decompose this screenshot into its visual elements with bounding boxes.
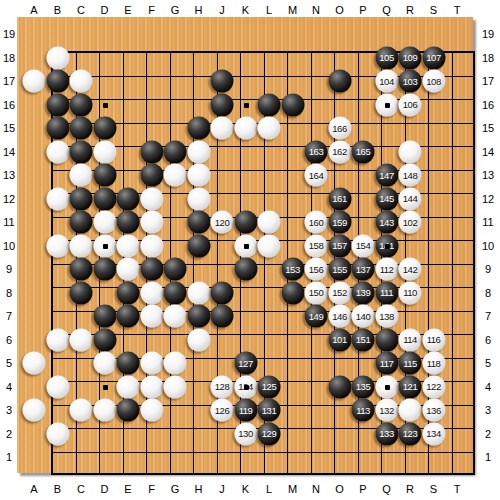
black-stone-M9-move-153[interactable]: 153: [281, 258, 304, 281]
move-number: 155: [332, 264, 346, 274]
white-stone-K15[interactable]: [234, 117, 257, 140]
white-stone-F3[interactable]: [140, 399, 163, 422]
coord-label-left-4: 4: [6, 381, 12, 393]
white-stone-C10[interactable]: [70, 234, 93, 257]
coord-label-bottom-G: G: [171, 483, 180, 495]
black-stone-L2-move-129[interactable]: 129: [258, 422, 281, 445]
black-stone-S18-move-107[interactable]: 107: [422, 46, 445, 69]
move-number: 151: [356, 335, 370, 345]
coord-label-left-5: 5: [6, 357, 12, 369]
white-stone-E9[interactable]: [117, 258, 140, 281]
coord-label-bottom-Q: Q: [382, 483, 391, 495]
coord-label-top-L: L: [266, 4, 272, 16]
hoshi-point: [244, 103, 249, 108]
black-stone-E11[interactable]: [117, 211, 140, 234]
move-number: 138: [379, 311, 393, 321]
white-stone-D3[interactable]: [93, 399, 116, 422]
coord-label-bottom-L: L: [266, 483, 272, 495]
white-stone-C17[interactable]: [70, 70, 93, 93]
coord-label-left-1: 1: [6, 451, 12, 463]
coord-label-left-10: 10: [3, 240, 15, 252]
move-number: 158: [309, 241, 323, 251]
coord-label-top-E: E: [124, 4, 131, 16]
white-stone-O15-move-166[interactable]: 166: [328, 117, 351, 140]
white-stone-A5[interactable]: [23, 352, 46, 375]
white-stone-R14[interactable]: [399, 140, 422, 163]
move-number: 139: [356, 288, 370, 298]
white-stone-D11[interactable]: [93, 211, 116, 234]
coord-label-right-17: 17: [482, 75, 494, 87]
black-stone-O4[interactable]: [328, 375, 351, 398]
move-number: 111: [380, 288, 393, 298]
coord-label-right-3: 3: [485, 404, 491, 416]
coord-label-bottom-M: M: [288, 483, 297, 495]
white-stone-N8-move-150[interactable]: 150: [305, 281, 328, 304]
black-stone-Q2-move-133[interactable]: 133: [375, 422, 398, 445]
move-number: 130: [238, 429, 252, 439]
move-number: 154: [356, 241, 370, 251]
black-stone-J17[interactable]: [211, 70, 234, 93]
hoshi-point: [103, 385, 108, 390]
coord-label-top-D: D: [101, 4, 109, 16]
coord-label-right-5: 5: [485, 357, 491, 369]
coord-label-left-2: 2: [6, 428, 12, 440]
white-stone-Q9-move-112[interactable]: 112: [375, 258, 398, 281]
white-stone-S6-move-116[interactable]: 116: [422, 328, 445, 351]
black-stone-P8-move-139[interactable]: 139: [352, 281, 375, 304]
black-stone-D15[interactable]: [93, 117, 116, 140]
white-stone-B2[interactable]: [46, 422, 69, 445]
black-stone-C15[interactable]: [70, 117, 93, 140]
black-stone-G9[interactable]: [164, 258, 187, 281]
coord-label-right-12: 12: [482, 193, 494, 205]
move-number: 119: [239, 405, 253, 415]
move-number: 115: [403, 358, 417, 368]
white-stone-F11[interactable]: [140, 211, 163, 234]
white-stone-C6[interactable]: [70, 328, 93, 351]
coord-label-left-7: 7: [6, 310, 12, 322]
white-stone-L10[interactable]: [258, 234, 281, 257]
black-stone-C9[interactable]: [70, 258, 93, 281]
coord-label-top-B: B: [54, 4, 61, 16]
coord-label-top-G: G: [171, 4, 180, 16]
coord-label-right-13: 13: [482, 169, 494, 181]
move-number: 109: [403, 53, 417, 63]
black-stone-R17-move-103[interactable]: 103: [399, 70, 422, 93]
black-stone-D12[interactable]: [93, 187, 116, 210]
coord-label-top-J: J: [219, 4, 225, 16]
white-stone-S4-move-122[interactable]: 122: [422, 375, 445, 398]
move-number: 134: [426, 429, 440, 439]
move-number: 110: [403, 288, 417, 298]
move-number: 116: [427, 335, 441, 345]
coord-label-right-7: 7: [485, 310, 491, 322]
hoshi-point: [385, 103, 390, 108]
black-stone-R4-move-121[interactable]: 121: [399, 375, 422, 398]
black-stone-O6-move-101[interactable]: 101: [328, 328, 351, 351]
white-stone-C3[interactable]: [70, 399, 93, 422]
coord-label-bottom-P: P: [359, 483, 366, 495]
coord-label-right-8: 8: [485, 287, 491, 299]
white-stone-R13-move-148[interactable]: 148: [399, 164, 422, 187]
black-stone-C14[interactable]: [70, 140, 93, 163]
coord-label-bottom-E: E: [124, 483, 131, 495]
white-stone-R12-move-144[interactable]: 144: [399, 187, 422, 210]
black-stone-R2-move-123[interactable]: 123: [399, 422, 422, 445]
coord-label-top-K: K: [242, 4, 249, 16]
coord-label-top-M: M: [288, 4, 297, 16]
move-number: 153: [285, 264, 299, 274]
move-number: 129: [262, 429, 276, 439]
black-stone-K11[interactable]: [234, 211, 257, 234]
black-stone-O9-move-155[interactable]: 155: [328, 258, 351, 281]
white-stone-G5[interactable]: [164, 352, 187, 375]
black-stone-E5[interactable]: [117, 352, 140, 375]
coord-label-bottom-J: J: [219, 483, 225, 495]
white-stone-O14-move-162[interactable]: 162: [328, 140, 351, 163]
move-number: 126: [215, 405, 229, 415]
move-number: 128: [215, 382, 229, 392]
black-stone-J8[interactable]: [211, 281, 234, 304]
black-stone-O10-move-157[interactable]: 157: [328, 234, 351, 257]
move-number: 118: [427, 358, 441, 368]
black-stone-K3-move-119[interactable]: 119: [234, 399, 257, 422]
move-number: 120: [215, 217, 229, 227]
white-stone-S3-move-136[interactable]: 136: [422, 399, 445, 422]
coord-label-bottom-B: B: [54, 483, 61, 495]
black-stone-N7-move-149[interactable]: 149: [305, 305, 328, 328]
move-number: 122: [426, 382, 440, 392]
white-stone-B6[interactable]: [46, 328, 69, 351]
black-stone-F13[interactable]: [140, 164, 163, 187]
grid-line-horizontal: [53, 452, 473, 453]
coord-label-right-2: 2: [485, 428, 491, 440]
coord-label-bottom-K: K: [242, 483, 249, 495]
move-number: 152: [332, 288, 346, 298]
black-stone-C16[interactable]: [70, 93, 93, 116]
black-stone-D9[interactable]: [93, 258, 116, 281]
white-stone-F12[interactable]: [140, 187, 163, 210]
white-stone-C13[interactable]: [70, 164, 93, 187]
coord-label-left-11: 11: [3, 216, 14, 228]
white-stone-D14[interactable]: [93, 140, 116, 163]
move-number: 142: [403, 264, 417, 274]
black-stone-P3-move-113[interactable]: 113: [352, 399, 375, 422]
white-stone-B10[interactable]: [46, 234, 69, 257]
move-number: 166: [332, 123, 346, 133]
move-number: 106: [403, 100, 417, 110]
hoshi-point: [385, 385, 390, 390]
white-stone-J4-move-128[interactable]: 128: [211, 375, 234, 398]
move-number: 145: [379, 194, 393, 204]
move-number: 121: [403, 382, 417, 392]
coord-label-top-R: R: [406, 4, 414, 16]
white-stone-O7-move-146[interactable]: 146: [328, 305, 351, 328]
black-stone-K9[interactable]: [234, 258, 257, 281]
white-stone-G7[interactable]: [164, 305, 187, 328]
move-number: 161: [332, 194, 346, 204]
coord-label-left-17: 17: [3, 75, 15, 87]
white-stone-F7[interactable]: [140, 305, 163, 328]
black-stone-R18-move-109[interactable]: 109: [399, 46, 422, 69]
black-stone-E7[interactable]: [117, 305, 140, 328]
go-diagram-screen: AABBCCDDEEFFGGHHJJKKLLMMNNOOPPQQRRSSTT19…: [0, 0, 500, 500]
grid-line-vertical: [452, 53, 453, 473]
move-number: 131: [262, 405, 276, 415]
grid-line-horizontal: [53, 311, 473, 312]
coord-label-bottom-S: S: [430, 483, 437, 495]
move-number: 133: [379, 429, 393, 439]
move-number: 107: [426, 53, 440, 63]
coord-label-bottom-F: F: [148, 483, 155, 495]
white-stone-R6-move-114[interactable]: 114: [399, 328, 422, 351]
black-stone-R5-move-115[interactable]: 115: [399, 352, 422, 375]
black-stone-O17[interactable]: [328, 70, 351, 93]
white-stone-Q7-move-138[interactable]: 138: [375, 305, 398, 328]
coord-label-top-T: T: [454, 4, 461, 16]
coord-label-left-19: 19: [3, 28, 15, 40]
black-stone-H7[interactable]: [187, 305, 210, 328]
black-stone-C8[interactable]: [70, 281, 93, 304]
black-stone-B15[interactable]: [46, 117, 69, 140]
white-stone-R3[interactable]: [399, 399, 422, 422]
move-number: 140: [356, 311, 370, 321]
black-stone-H10[interactable]: [187, 234, 210, 257]
move-number: 160: [309, 217, 323, 227]
black-stone-C11[interactable]: [70, 211, 93, 234]
black-stone-J7[interactable]: [211, 305, 234, 328]
black-stone-M8[interactable]: [281, 281, 304, 304]
white-stone-D5[interactable]: [93, 352, 116, 375]
white-stone-F8[interactable]: [140, 281, 163, 304]
white-stone-H12[interactable]: [187, 187, 210, 210]
black-stone-K5-move-127[interactable]: 127: [234, 352, 257, 375]
white-stone-S5-move-118[interactable]: 118: [422, 352, 445, 375]
white-stone-N10-move-158[interactable]: 158: [305, 234, 328, 257]
coord-label-left-6: 6: [6, 334, 12, 346]
white-stone-P7-move-140[interactable]: 140: [352, 305, 375, 328]
move-number: 150: [309, 288, 323, 298]
coord-label-right-11: 11: [482, 216, 493, 228]
move-number: 144: [403, 194, 417, 204]
white-stone-F10[interactable]: [140, 234, 163, 257]
black-stone-O12-move-161[interactable]: 161: [328, 187, 351, 210]
black-stone-H11[interactable]: [187, 211, 210, 234]
white-stone-A3[interactable]: [23, 399, 46, 422]
move-number: 104: [379, 76, 393, 86]
black-stone-Q11-move-143[interactable]: 143: [375, 211, 398, 234]
coord-label-right-10: 10: [482, 240, 494, 252]
coord-label-bottom-A: A: [30, 483, 37, 495]
coord-label-top-C: C: [77, 4, 85, 16]
move-number: 136: [426, 405, 440, 415]
black-stone-L4-move-125[interactable]: 125: [258, 375, 281, 398]
white-stone-B4[interactable]: [46, 375, 69, 398]
coord-label-top-O: O: [335, 4, 344, 16]
white-stone-B12[interactable]: [46, 187, 69, 210]
coord-label-bottom-R: R: [406, 483, 414, 495]
move-number: 156: [309, 264, 323, 274]
move-number: 105: [379, 53, 393, 63]
coord-label-right-4: 4: [485, 381, 491, 393]
black-stone-Q13-move-147[interactable]: 147: [375, 164, 398, 187]
black-stone-D6[interactable]: [93, 328, 116, 351]
coord-label-left-16: 16: [3, 99, 15, 111]
move-number: 135: [356, 382, 370, 392]
black-stone-Q5-move-117[interactable]: 117: [375, 352, 398, 375]
move-number: 148: [403, 170, 417, 180]
coord-label-top-P: P: [359, 4, 366, 16]
move-number: 113: [356, 405, 370, 415]
coord-label-bottom-N: N: [312, 483, 320, 495]
move-number: 147: [379, 170, 393, 180]
move-number: 162: [332, 147, 346, 157]
coord-label-right-16: 16: [482, 99, 494, 111]
coord-label-bottom-D: D: [101, 483, 109, 495]
black-stone-G14[interactable]: [164, 140, 187, 163]
black-stone-F14[interactable]: [140, 140, 163, 163]
white-stone-A17[interactable]: [23, 70, 46, 93]
move-number: 108: [426, 76, 440, 86]
black-stone-Q18-move-105[interactable]: 105: [375, 46, 398, 69]
black-stone-M16[interactable]: [281, 93, 304, 116]
hoshi-point: [103, 103, 108, 108]
coord-label-top-Q: Q: [382, 4, 391, 16]
white-stone-O8-move-152[interactable]: 152: [328, 281, 351, 304]
coord-label-bottom-T: T: [454, 483, 461, 495]
coord-label-right-1: 1: [485, 451, 491, 463]
white-stone-R8-move-110[interactable]: 110: [399, 281, 422, 304]
white-stone-J11-move-120[interactable]: 120: [211, 211, 234, 234]
white-stone-Q3-move-132[interactable]: 132: [375, 399, 398, 422]
black-stone-O11-move-159[interactable]: 159: [328, 211, 351, 234]
white-stone-B14[interactable]: [46, 140, 69, 163]
coord-label-top-N: N: [312, 4, 320, 16]
move-number: 127: [238, 358, 252, 368]
black-stone-B16[interactable]: [46, 93, 69, 116]
move-number: 137: [356, 264, 370, 274]
white-stone-G4[interactable]: [164, 375, 187, 398]
coord-label-left-15: 15: [3, 122, 15, 134]
move-number: 101: [332, 335, 346, 345]
white-stone-S2-move-134[interactable]: 134: [422, 422, 445, 445]
white-stone-N9-move-156[interactable]: 156: [305, 258, 328, 281]
coord-label-right-14: 14: [482, 146, 494, 158]
black-stone-Q12-move-145[interactable]: 145: [375, 187, 398, 210]
black-stone-E3[interactable]: [117, 399, 140, 422]
black-stone-F9[interactable]: [140, 258, 163, 281]
hoshi-point: [244, 385, 249, 390]
white-stone-H14[interactable]: [187, 140, 210, 163]
hoshi-point: [385, 244, 390, 249]
white-stone-P10-move-154[interactable]: 154: [352, 234, 375, 257]
black-stone-Q8-move-111[interactable]: 111: [375, 281, 398, 304]
white-stone-L11[interactable]: [258, 211, 281, 234]
black-stone-B17[interactable]: [46, 70, 69, 93]
black-stone-H15[interactable]: [187, 117, 210, 140]
move-number: 143: [379, 217, 393, 227]
coord-label-bottom-C: C: [77, 483, 85, 495]
black-stone-N14-move-163[interactable]: 163: [305, 140, 328, 163]
move-number: 165: [356, 147, 370, 157]
white-stone-H6[interactable]: [187, 328, 210, 351]
coord-label-left-13: 13: [3, 169, 15, 181]
coord-label-right-19: 19: [482, 28, 494, 40]
white-stone-F5[interactable]: [140, 352, 163, 375]
white-stone-N11-move-160[interactable]: 160: [305, 211, 328, 234]
white-stone-E4[interactable]: [117, 375, 140, 398]
coord-label-left-8: 8: [6, 287, 12, 299]
white-stone-H8[interactable]: [187, 281, 210, 304]
black-stone-P14-move-165[interactable]: 165: [352, 140, 375, 163]
black-stone-J16[interactable]: [211, 93, 234, 116]
coord-label-right-6: 6: [485, 334, 491, 346]
move-number: 125: [262, 382, 276, 392]
white-stone-H13[interactable]: [187, 164, 210, 187]
hoshi-point: [244, 244, 249, 249]
white-stone-N13-move-164[interactable]: 164: [305, 164, 328, 187]
white-stone-Q17-move-104[interactable]: 104: [375, 70, 398, 93]
white-stone-R9-move-142[interactable]: 142: [399, 258, 422, 281]
white-stone-S17-move-108[interactable]: 108: [422, 70, 445, 93]
black-stone-L3-move-131[interactable]: 131: [258, 399, 281, 422]
white-stone-J3-move-126[interactable]: 126: [211, 399, 234, 422]
black-stone-P9-move-137[interactable]: 137: [352, 258, 375, 281]
black-stone-L16[interactable]: [258, 93, 281, 116]
move-number: 117: [380, 358, 394, 368]
white-stone-F4[interactable]: [140, 375, 163, 398]
coord-label-left-14: 14: [3, 146, 15, 158]
move-number: 149: [309, 311, 323, 321]
white-stone-B18[interactable]: [46, 46, 69, 69]
white-stone-R11-move-102[interactable]: 102: [399, 211, 422, 234]
black-stone-Q6[interactable]: [375, 328, 398, 351]
move-number: 102: [403, 217, 417, 227]
move-number: 164: [309, 170, 323, 180]
black-stone-D13[interactable]: [93, 164, 116, 187]
coord-label-right-9: 9: [485, 263, 491, 275]
coord-label-right-15: 15: [482, 122, 494, 134]
white-stone-K2-move-130[interactable]: 130: [234, 422, 257, 445]
move-number: 112: [380, 264, 394, 274]
move-number: 123: [403, 429, 417, 439]
move-number: 157: [332, 241, 346, 251]
white-stone-G13[interactable]: [164, 164, 187, 187]
coord-label-bottom-H: H: [195, 483, 203, 495]
black-stone-P6-move-151[interactable]: 151: [352, 328, 375, 351]
move-number: 159: [332, 217, 346, 227]
coord-label-top-A: A: [30, 4, 37, 16]
coord-label-left-3: 3: [6, 404, 12, 416]
white-stone-J15[interactable]: [211, 117, 234, 140]
white-stone-R16-move-106[interactable]: 106: [399, 93, 422, 116]
black-stone-D7[interactable]: [93, 305, 116, 328]
move-number: 132: [379, 405, 393, 415]
white-stone-E10[interactable]: [117, 234, 140, 257]
black-stone-C12[interactable]: [70, 187, 93, 210]
coord-label-top-F: F: [148, 4, 155, 16]
black-stone-P4-move-135[interactable]: 135: [352, 375, 375, 398]
white-stone-L15[interactable]: [258, 117, 281, 140]
black-stone-E12[interactable]: [117, 187, 140, 210]
black-stone-E8[interactable]: [117, 281, 140, 304]
coord-label-right-18: 18: [482, 52, 494, 64]
black-stone-G8[interactable]: [164, 281, 187, 304]
coord-label-left-12: 12: [3, 193, 15, 205]
coord-label-top-S: S: [430, 4, 437, 16]
hoshi-point: [103, 244, 108, 249]
coord-label-top-H: H: [195, 4, 203, 16]
